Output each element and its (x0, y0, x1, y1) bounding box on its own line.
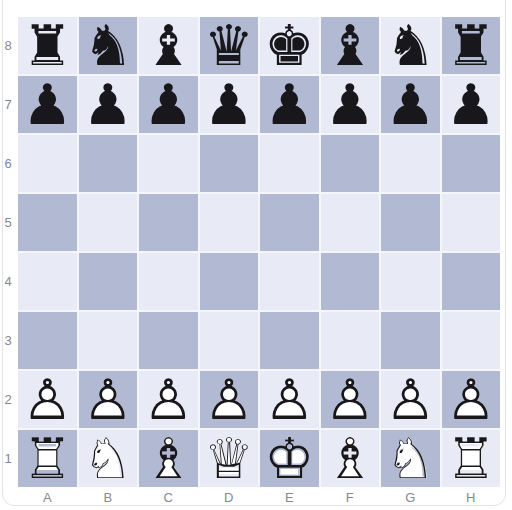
piece-black-rook[interactable]: ♜ (442, 17, 501, 74)
square-e3[interactable] (260, 312, 319, 369)
square-f6[interactable] (321, 135, 380, 192)
square-b3[interactable] (79, 312, 138, 369)
square-d2[interactable]: ♟♙ (200, 371, 259, 428)
piece-outline-layer: ♗ (321, 430, 380, 487)
file-label-d: D (200, 488, 259, 507)
piece-white-pawn[interactable]: ♟♙ (260, 371, 319, 428)
piece-glyph: ♟ (442, 76, 501, 133)
piece-outline-layer: ♖ (442, 430, 501, 487)
piece-black-king[interactable]: ♚ (260, 17, 319, 74)
chess-app: { "game": "chess", "position": { "fen": … (0, 0, 512, 510)
square-f5[interactable] (321, 194, 380, 251)
piece-glyph: ♝ (139, 17, 198, 74)
piece-outline-layer: ♘ (381, 430, 440, 487)
square-d4[interactable] (200, 253, 259, 310)
piece-white-pawn[interactable]: ♟♙ (18, 371, 77, 428)
square-f2[interactable]: ♟♙ (321, 371, 380, 428)
piece-black-bishop[interactable]: ♝ (321, 17, 380, 74)
piece-white-pawn[interactable]: ♟♙ (442, 371, 501, 428)
piece-black-bishop[interactable]: ♝ (139, 17, 198, 74)
piece-black-pawn[interactable]: ♟ (139, 76, 198, 133)
file-label-b: B (79, 488, 138, 507)
piece-white-knight[interactable]: ♞♘ (381, 430, 440, 487)
piece-glyph: ♟ (260, 76, 319, 133)
rank-label-1: 1 (0, 430, 16, 487)
square-e8[interactable]: ♚ (260, 17, 319, 74)
piece-white-queen[interactable]: ♛♕ (200, 430, 259, 487)
piece-glyph: ♟ (139, 76, 198, 133)
piece-outline-layer: ♙ (79, 371, 138, 428)
square-g8[interactable]: ♞ (381, 17, 440, 74)
piece-black-knight[interactable]: ♞ (79, 17, 138, 74)
square-b5[interactable] (79, 194, 138, 251)
square-a3[interactable] (18, 312, 77, 369)
square-e2[interactable]: ♟♙ (260, 371, 319, 428)
square-h8[interactable]: ♜ (442, 17, 501, 74)
square-e7[interactable]: ♟ (260, 76, 319, 133)
square-h4[interactable] (442, 253, 501, 310)
square-h1[interactable]: ♜♖ (442, 430, 501, 487)
square-c1[interactable]: ♝♗ (139, 430, 198, 487)
square-f3[interactable] (321, 312, 380, 369)
piece-white-pawn[interactable]: ♟♙ (381, 371, 440, 428)
piece-black-pawn[interactable]: ♟ (79, 76, 138, 133)
piece-glyph: ♝ (321, 17, 380, 74)
piece-outline-layer: ♙ (442, 371, 501, 428)
square-g4[interactable] (381, 253, 440, 310)
square-b8[interactable]: ♞ (79, 17, 138, 74)
piece-outline-layer: ♙ (381, 371, 440, 428)
piece-glyph: ♛ (200, 17, 259, 74)
square-f7[interactable]: ♟ (321, 76, 380, 133)
piece-outline-layer: ♙ (260, 371, 319, 428)
piece-black-pawn[interactable]: ♟ (260, 76, 319, 133)
piece-glyph: ♚ (260, 17, 319, 74)
piece-glyph: ♜ (442, 17, 501, 74)
square-d8[interactable]: ♛ (200, 17, 259, 74)
square-a2[interactable]: ♟♙ (18, 371, 77, 428)
square-d1[interactable]: ♛♕ (200, 430, 259, 487)
piece-glyph: ♟ (200, 76, 259, 133)
square-a4[interactable] (18, 253, 77, 310)
square-h2[interactable]: ♟♙ (442, 371, 501, 428)
square-h6[interactable] (442, 135, 501, 192)
square-c7[interactable]: ♟ (139, 76, 198, 133)
square-e5[interactable] (260, 194, 319, 251)
square-g7[interactable]: ♟ (381, 76, 440, 133)
piece-black-knight[interactable]: ♞ (381, 17, 440, 74)
square-g5[interactable] (381, 194, 440, 251)
file-labels: ABCDEFGH (18, 488, 500, 507)
piece-outline-layer: ♙ (321, 371, 380, 428)
square-b4[interactable] (79, 253, 138, 310)
rank-label-6: 6 (0, 135, 16, 192)
piece-black-rook[interactable]: ♜ (18, 17, 77, 74)
piece-black-queen[interactable]: ♛ (200, 17, 259, 74)
square-e6[interactable] (260, 135, 319, 192)
square-c4[interactable] (139, 253, 198, 310)
square-h5[interactable] (442, 194, 501, 251)
piece-outline-layer: ♘ (79, 430, 138, 487)
square-f8[interactable]: ♝ (321, 17, 380, 74)
piece-glyph: ♟ (18, 76, 77, 133)
square-f4[interactable] (321, 253, 380, 310)
square-b6[interactable] (79, 135, 138, 192)
piece-black-pawn[interactable]: ♟ (321, 76, 380, 133)
piece-white-pawn[interactable]: ♟♙ (139, 371, 198, 428)
rank-label-2: 2 (0, 371, 16, 428)
rank-label-5: 5 (0, 194, 16, 251)
piece-outline-layer: ♔ (260, 430, 319, 487)
piece-white-pawn[interactable]: ♟♙ (321, 371, 380, 428)
square-d6[interactable] (200, 135, 259, 192)
file-label-h: H (442, 488, 501, 507)
piece-glyph: ♟ (381, 76, 440, 133)
rank-labels: 87654321 (0, 17, 16, 487)
square-e4[interactable] (260, 253, 319, 310)
square-a7[interactable]: ♟ (18, 76, 77, 133)
piece-white-pawn[interactable]: ♟♙ (200, 371, 259, 428)
piece-white-knight[interactable]: ♞♘ (79, 430, 138, 487)
square-a5[interactable] (18, 194, 77, 251)
file-label-g: G (381, 488, 440, 507)
square-g2[interactable]: ♟♙ (381, 371, 440, 428)
piece-outline-layer: ♗ (139, 430, 198, 487)
square-c8[interactable]: ♝ (139, 17, 198, 74)
piece-black-pawn[interactable]: ♟ (200, 76, 259, 133)
piece-glyph: ♟ (321, 76, 380, 133)
piece-white-rook[interactable]: ♜♖ (442, 430, 501, 487)
piece-outline-layer: ♙ (18, 371, 77, 428)
piece-white-king[interactable]: ♚♔ (260, 430, 319, 487)
file-label-c: C (139, 488, 198, 507)
square-a8[interactable]: ♜ (18, 17, 77, 74)
piece-glyph: ♟ (79, 76, 138, 133)
piece-black-pawn[interactable]: ♟ (442, 76, 501, 133)
square-d7[interactable]: ♟ (200, 76, 259, 133)
piece-black-pawn[interactable]: ♟ (381, 76, 440, 133)
piece-white-pawn[interactable]: ♟♙ (79, 371, 138, 428)
square-g3[interactable] (381, 312, 440, 369)
square-h3[interactable] (442, 312, 501, 369)
square-a1[interactable]: ♜♖ (18, 430, 77, 487)
file-label-f: F (321, 488, 380, 507)
square-c6[interactable] (139, 135, 198, 192)
rank-label-3: 3 (0, 312, 16, 369)
square-b1[interactable]: ♞♘ (79, 430, 138, 487)
square-b7[interactable]: ♟ (79, 76, 138, 133)
square-c2[interactable]: ♟♙ (139, 371, 198, 428)
chess-board[interactable]: ♜♞♝♛♚♝♞♜♟♟♟♟♟♟♟♟♟♙♟♙♟♙♟♙♟♙♟♙♟♙♟♙♜♖♞♘♝♗♛♕… (18, 17, 500, 487)
piece-outline-layer: ♖ (18, 430, 77, 487)
square-g6[interactable] (381, 135, 440, 192)
piece-outline-layer: ♙ (139, 371, 198, 428)
square-d5[interactable] (200, 194, 259, 251)
square-c3[interactable] (139, 312, 198, 369)
piece-white-rook[interactable]: ♜♖ (18, 430, 77, 487)
piece-glyph: ♞ (381, 17, 440, 74)
square-h7[interactable]: ♟ (442, 76, 501, 133)
piece-white-bishop[interactable]: ♝♗ (321, 430, 380, 487)
piece-outline-layer: ♙ (200, 371, 259, 428)
square-a6[interactable] (18, 135, 77, 192)
rank-label-4: 4 (0, 253, 16, 310)
file-label-e: E (260, 488, 319, 507)
square-c5[interactable] (139, 194, 198, 251)
rank-label-8: 8 (0, 17, 16, 74)
piece-glyph: ♞ (79, 17, 138, 74)
file-label-a: A (18, 488, 77, 507)
square-e1[interactable]: ♚♔ (260, 430, 319, 487)
square-d3[interactable] (200, 312, 259, 369)
rank-label-7: 7 (0, 76, 16, 133)
square-f1[interactable]: ♝♗ (321, 430, 380, 487)
piece-white-bishop[interactable]: ♝♗ (139, 430, 198, 487)
square-g1[interactable]: ♞♘ (381, 430, 440, 487)
piece-black-pawn[interactable]: ♟ (18, 76, 77, 133)
square-b2[interactable]: ♟♙ (79, 371, 138, 428)
piece-glyph: ♜ (18, 17, 77, 74)
piece-outline-layer: ♕ (200, 430, 259, 487)
